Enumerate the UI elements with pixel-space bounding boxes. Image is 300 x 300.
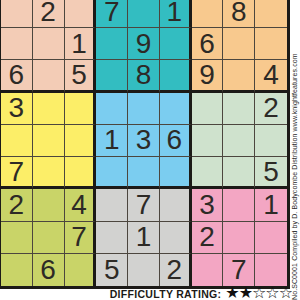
cell-r8c7[interactable]: 2: [192, 222, 224, 254]
sudoku-page: 2718196658943213675247317126527 DIFFICUL…: [0, 0, 300, 300]
star-empty-icon: ☆: [252, 285, 265, 300]
cell-r3c4[interactable]: [96, 60, 128, 92]
cell-r4c7[interactable]: [192, 93, 224, 125]
cell-r6c5[interactable]: [128, 157, 160, 189]
cell-r3c5[interactable]: 8: [128, 60, 160, 92]
cell-r8c4[interactable]: [96, 222, 128, 254]
cell-r9c2[interactable]: 6: [33, 254, 65, 286]
cell-r7c8[interactable]: [223, 189, 255, 221]
cell-r2c5[interactable]: 9: [128, 28, 160, 60]
cell-r1c5[interactable]: [128, 0, 160, 28]
cell-r5c7[interactable]: [192, 125, 224, 157]
cell-r2c8[interactable]: [223, 28, 255, 60]
cell-r5c1[interactable]: [1, 125, 33, 157]
star-filled-icon: ★: [225, 285, 238, 300]
cell-r5c4[interactable]: 1: [96, 125, 128, 157]
cell-r9c7[interactable]: [192, 254, 224, 286]
cell-r6c3[interactable]: [65, 157, 97, 189]
cell-r3c1[interactable]: 6: [1, 60, 33, 92]
star-filled-icon: ★: [239, 285, 252, 300]
cell-r4c9[interactable]: 2: [255, 93, 287, 125]
sudoku-board: 2718196658943213675247317126527: [0, 0, 290, 289]
cell-r3c7[interactable]: 9: [192, 60, 224, 92]
cell-r8c1[interactable]: [1, 222, 33, 254]
cell-r9c9[interactable]: [255, 254, 287, 286]
cell-r5c3[interactable]: [65, 125, 97, 157]
cell-r3c9[interactable]: 4: [255, 60, 287, 92]
cell-r6c8[interactable]: [223, 157, 255, 189]
cell-r7c5[interactable]: 7: [128, 189, 160, 221]
difficulty-caption: DIFFICULTY RATING: ★★☆☆☆: [0, 289, 292, 300]
cell-r5c5[interactable]: 3: [128, 125, 160, 157]
cell-r2c4[interactable]: [96, 28, 128, 60]
cell-r6c4[interactable]: [96, 157, 128, 189]
cell-r4c8[interactable]: [223, 93, 255, 125]
cell-r5c9[interactable]: [255, 125, 287, 157]
cell-r1c6[interactable]: 1: [160, 0, 192, 28]
cell-r2c6[interactable]: [160, 28, 192, 60]
cell-r2c9[interactable]: [255, 28, 287, 60]
cell-r7c9[interactable]: 1: [255, 189, 287, 221]
cell-r9c8[interactable]: 7: [223, 254, 255, 286]
cell-r7c7[interactable]: 3: [192, 189, 224, 221]
cell-r2c3[interactable]: 1: [65, 28, 97, 60]
cell-r8c6[interactable]: [160, 222, 192, 254]
cell-r6c7[interactable]: [192, 157, 224, 189]
cell-r2c2[interactable]: [33, 28, 65, 60]
cell-r8c9[interactable]: [255, 222, 287, 254]
cell-r4c4[interactable]: [96, 93, 128, 125]
cell-r3c3[interactable]: 5: [65, 60, 97, 92]
cell-r8c5[interactable]: 1: [128, 222, 160, 254]
cell-r5c2[interactable]: [33, 125, 65, 157]
cell-r4c2[interactable]: [33, 93, 65, 125]
cell-r1c8[interactable]: 8: [223, 0, 255, 28]
cell-r1c1[interactable]: [1, 0, 33, 28]
cell-r9c6[interactable]: 2: [160, 254, 192, 286]
cell-r5c8[interactable]: [223, 125, 255, 157]
star-empty-icon: ☆: [265, 285, 278, 300]
cell-r9c4[interactable]: 5: [96, 254, 128, 286]
cell-r5c6[interactable]: 6: [160, 125, 192, 157]
cell-r4c6[interactable]: [160, 93, 192, 125]
cell-r8c2[interactable]: [33, 222, 65, 254]
cell-r6c6[interactable]: [160, 157, 192, 189]
cell-r8c8[interactable]: [223, 222, 255, 254]
cell-r7c3[interactable]: 4: [65, 189, 97, 221]
cell-r8c3[interactable]: 7: [65, 222, 97, 254]
cell-r7c2[interactable]: [33, 189, 65, 221]
cell-r1c4[interactable]: 7: [96, 0, 128, 28]
cell-r1c3[interactable]: [65, 0, 97, 28]
difficulty-stars: ★★☆☆☆: [225, 285, 292, 300]
cell-r9c1[interactable]: [1, 254, 33, 286]
cell-r1c7[interactable]: [192, 0, 224, 28]
difficulty-label: DIFFICULTY RATING:: [110, 289, 222, 300]
cell-r2c7[interactable]: 6: [192, 28, 224, 60]
cell-r2c1[interactable]: [1, 28, 33, 60]
cell-r3c6[interactable]: [160, 60, 192, 92]
cell-r7c1[interactable]: 2: [1, 189, 33, 221]
cell-r1c2[interactable]: 2: [33, 0, 65, 28]
cell-r4c5[interactable]: [128, 93, 160, 125]
cell-r7c6[interactable]: [160, 189, 192, 221]
cell-r3c8[interactable]: [223, 60, 255, 92]
cell-r6c1[interactable]: 7: [1, 157, 33, 189]
cell-r6c2[interactable]: [33, 157, 65, 189]
star-empty-icon: ☆: [279, 285, 292, 300]
copyright-side-text: No.SC0001 Compiled by D. Bodycombe Distr…: [291, 0, 299, 300]
cell-r6c9[interactable]: 5: [255, 157, 287, 189]
cell-r7c4[interactable]: [96, 189, 128, 221]
cell-r9c5[interactable]: [128, 254, 160, 286]
cell-r1c9[interactable]: [255, 0, 287, 28]
cell-r4c1[interactable]: 3: [1, 93, 33, 125]
cell-r3c2[interactable]: [33, 60, 65, 92]
cell-r9c3[interactable]: [65, 254, 97, 286]
cell-r4c3[interactable]: [65, 93, 97, 125]
